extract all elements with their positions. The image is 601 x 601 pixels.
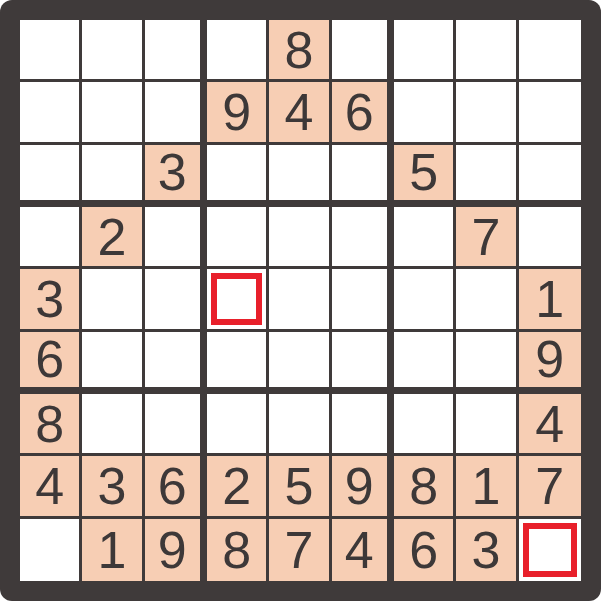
cell-digit: 1 (472, 460, 501, 512)
cell-digit: 3 (98, 460, 127, 512)
sudoku-board: 894635273169844362598171987463 (0, 0, 601, 601)
cell-r4c5[interactable] (269, 207, 331, 269)
cell-r5c8[interactable] (456, 269, 518, 331)
sudoku-grid: 894635273169844362598171987463 (20, 20, 581, 581)
cell-r9c2: 1 (82, 519, 144, 581)
cell-r2c6: 6 (332, 82, 394, 144)
cell-r2c8[interactable] (456, 82, 518, 144)
cell-r4c2: 2 (82, 207, 144, 269)
cell-r9c1[interactable] (20, 519, 82, 581)
cell-digit: 7 (472, 211, 501, 263)
cell-r6c2[interactable] (82, 332, 144, 394)
cell-r3c1[interactable] (20, 145, 82, 207)
cell-r6c8[interactable] (456, 332, 518, 394)
cell-r1c6[interactable] (332, 20, 394, 82)
cell-r7c8[interactable] (456, 394, 518, 456)
cell-digit: 8 (409, 460, 438, 512)
cell-r3c9[interactable] (519, 145, 581, 207)
cell-r7c4[interactable] (207, 394, 269, 456)
answer-cell-highlight (211, 273, 262, 324)
cell-r5c6[interactable] (332, 269, 394, 331)
cell-r1c2[interactable] (82, 20, 144, 82)
cell-r1c1[interactable] (20, 20, 82, 82)
cell-r7c6[interactable] (332, 394, 394, 456)
cell-r5c1: 3 (20, 269, 82, 331)
cell-r8c9: 7 (519, 456, 581, 518)
cell-digit: 4 (535, 398, 564, 450)
cell-r8c1: 4 (20, 456, 82, 518)
cell-r9c4: 8 (207, 519, 269, 581)
cell-digit: 4 (35, 460, 64, 512)
cell-digit: 4 (285, 86, 314, 138)
cell-r6c9: 9 (519, 332, 581, 394)
cell-r7c2[interactable] (82, 394, 144, 456)
cell-r7c9: 4 (519, 394, 581, 456)
cell-r5c7[interactable] (394, 269, 456, 331)
cell-r1c4[interactable] (207, 20, 269, 82)
cell-r4c7[interactable] (394, 207, 456, 269)
cell-digit: 6 (35, 333, 64, 385)
cell-r7c3[interactable] (145, 394, 207, 456)
cell-r9c8: 3 (456, 519, 518, 581)
cell-digit: 4 (345, 524, 374, 576)
cell-r3c4[interactable] (207, 145, 269, 207)
cell-r6c5[interactable] (269, 332, 331, 394)
cell-r2c2[interactable] (82, 82, 144, 144)
cell-digit: 9 (535, 333, 564, 385)
cell-r8c6: 9 (332, 456, 394, 518)
cell-digit: 2 (222, 460, 251, 512)
cell-r4c3[interactable] (145, 207, 207, 269)
cell-r8c3: 6 (145, 456, 207, 518)
cell-digit: 9 (222, 86, 251, 138)
cell-r1c5: 8 (269, 20, 331, 82)
cell-r3c7: 5 (394, 145, 456, 207)
cell-r1c9[interactable] (519, 20, 581, 82)
cell-r7c5[interactable] (269, 394, 331, 456)
cell-r1c8[interactable] (456, 20, 518, 82)
cell-r5c3[interactable] (145, 269, 207, 331)
cell-r3c5[interactable] (269, 145, 331, 207)
cell-r2c9[interactable] (519, 82, 581, 144)
cell-r3c8[interactable] (456, 145, 518, 207)
cell-digit: 3 (35, 273, 64, 325)
cell-digit: 6 (158, 460, 187, 512)
cell-digit: 7 (285, 524, 314, 576)
cell-digit: 8 (285, 24, 314, 76)
cell-r9c7: 6 (394, 519, 456, 581)
cell-r9c5: 7 (269, 519, 331, 581)
cell-r5c4[interactable] (207, 269, 269, 331)
answer-cell-highlight (523, 523, 577, 577)
cell-r7c7[interactable] (394, 394, 456, 456)
cell-r4c8: 7 (456, 207, 518, 269)
cell-r2c5: 4 (269, 82, 331, 144)
cell-digit: 5 (409, 146, 438, 198)
cell-r1c7[interactable] (394, 20, 456, 82)
cell-r6c6[interactable] (332, 332, 394, 394)
cell-r9c3: 9 (145, 519, 207, 581)
cell-digit: 8 (222, 524, 251, 576)
cell-r8c4: 2 (207, 456, 269, 518)
cell-r6c3[interactable] (145, 332, 207, 394)
cell-r4c4[interactable] (207, 207, 269, 269)
cell-r3c2[interactable] (82, 145, 144, 207)
cell-r2c7[interactable] (394, 82, 456, 144)
cell-r9c9[interactable] (519, 519, 581, 581)
cell-r4c9[interactable] (519, 207, 581, 269)
cell-r5c2[interactable] (82, 269, 144, 331)
cell-digit: 6 (409, 524, 438, 576)
cell-r2c1[interactable] (20, 82, 82, 144)
cell-r7c1: 8 (20, 394, 82, 456)
cell-r2c3[interactable] (145, 82, 207, 144)
cell-digit: 7 (535, 460, 564, 512)
cell-digit: 6 (345, 86, 374, 138)
cell-digit: 9 (158, 524, 187, 576)
cell-digit: 3 (158, 146, 187, 198)
cell-digit: 1 (98, 524, 127, 576)
cell-r6c1: 6 (20, 332, 82, 394)
cell-digit: 9 (345, 460, 374, 512)
cell-r6c7[interactable] (394, 332, 456, 394)
cell-r2c4: 9 (207, 82, 269, 144)
cell-digit: 8 (35, 398, 64, 450)
cell-r9c6: 4 (332, 519, 394, 581)
cell-digit: 1 (535, 273, 564, 325)
cell-digit: 3 (472, 524, 501, 576)
cell-r8c5: 5 (269, 456, 331, 518)
cell-r8c8: 1 (456, 456, 518, 518)
cell-r5c5[interactable] (269, 269, 331, 331)
cell-r4c6[interactable] (332, 207, 394, 269)
cell-r1c3[interactable] (145, 20, 207, 82)
cell-r3c6[interactable] (332, 145, 394, 207)
cell-r8c2: 3 (82, 456, 144, 518)
cell-r4c1[interactable] (20, 207, 82, 269)
cell-r3c3: 3 (145, 145, 207, 207)
cell-digit: 2 (98, 211, 127, 263)
cell-r6c4[interactable] (207, 332, 269, 394)
cell-r8c7: 8 (394, 456, 456, 518)
cell-r5c9: 1 (519, 269, 581, 331)
cell-digit: 5 (285, 460, 314, 512)
